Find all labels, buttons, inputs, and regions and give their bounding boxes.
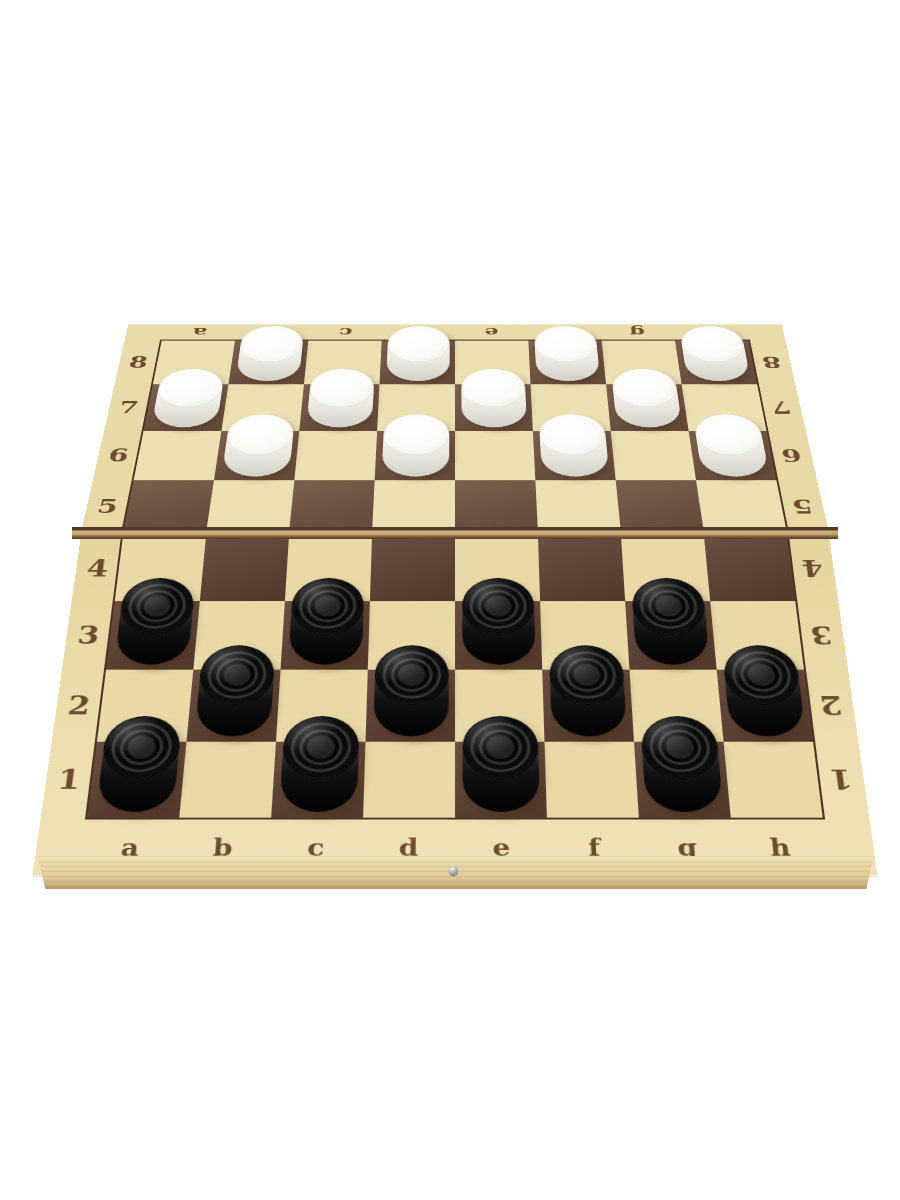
- white-draughts-man-glyph: ⛀: [154, 368, 225, 406]
- board-bottom-half: 44332211abcdefgh⛂⛂⛂⛂⛂⛂⛂⛂⛂⛂⛂⛂: [32, 536, 877, 877]
- square-f5: [535, 480, 621, 533]
- checker-white-b6: ⛀: [221, 414, 295, 476]
- checker-black-e3: ⛂: [462, 578, 536, 665]
- white-draughts-man-glyph: ⛀: [224, 414, 295, 455]
- board-photo: 88776655abcdefgh⛀⛀⛀⛀⛀⛀⛀⛀⛀⛀⛀⛀ 44332211abc…: [0, 0, 900, 1200]
- rank-label-left-1: 1: [41, 742, 97, 818]
- checker-black-e1: ⛂: [462, 716, 540, 812]
- black-draughts-man-glyph: ⛂: [290, 578, 365, 635]
- white-draughts-man-glyph: ⛀: [678, 326, 746, 362]
- square-a6: [134, 431, 222, 480]
- checker-black-c1: ⛂: [279, 716, 360, 812]
- rank-label-left-4: 4: [72, 536, 123, 601]
- black-draughts-man-glyph: ⛂: [197, 645, 275, 704]
- black-draughts-man-glyph: ⛂: [639, 716, 720, 779]
- square-h4: [704, 536, 795, 601]
- square-c5: [289, 480, 375, 533]
- hinge-seam: [72, 527, 838, 539]
- rank-label-right-4: 4: [787, 536, 838, 601]
- checker-black-a1: ⛂: [95, 716, 182, 812]
- rank-label-right-6: 6: [766, 431, 817, 480]
- white-draughts-man-glyph: ⛀: [461, 368, 526, 406]
- checker-black-a3: ⛂: [114, 578, 196, 665]
- square-c6: [294, 431, 377, 480]
- checker-black-c3: ⛂: [288, 578, 364, 665]
- checker-white-d6: ⛀: [381, 414, 449, 476]
- checker-white-c7: ⛀: [306, 368, 375, 427]
- square-h1: [724, 742, 823, 818]
- square-a5: [123, 480, 214, 533]
- square-f1: [545, 742, 639, 818]
- rank-label-right-2: 2: [804, 670, 858, 742]
- square-e5: [455, 480, 538, 533]
- checker-white-e7: ⛀: [461, 368, 527, 427]
- black-draughts-man-glyph: ⛂: [721, 645, 801, 704]
- checker-white-f8: ⛀: [533, 326, 600, 381]
- black-draughts-man-glyph: ⛂: [374, 645, 449, 704]
- rank-label-right-7: 7: [757, 384, 806, 430]
- checker-white-d8: ⛀: [386, 326, 450, 381]
- file-label-top-a: a: [162, 324, 238, 340]
- checker-white-g7: ⛀: [610, 368, 682, 427]
- black-draughts-man-glyph: ⛂: [462, 578, 535, 635]
- file-label-top-c: c: [308, 324, 382, 340]
- rank-label-right-1: 1: [813, 742, 869, 818]
- black-draughts-man-glyph: ⛂: [462, 716, 539, 779]
- black-draughts-man-glyph: ⛂: [630, 578, 706, 635]
- square-f4: [538, 536, 625, 601]
- checker-black-g3: ⛂: [630, 578, 709, 665]
- square-d4: [370, 536, 455, 601]
- white-draughts-man-glyph: ⛀: [538, 414, 607, 455]
- square-d5: [372, 480, 455, 533]
- square-h5: [696, 480, 787, 533]
- white-draughts-man-glyph: ⛀: [238, 326, 304, 362]
- file-label-top-g: g: [600, 324, 675, 340]
- black-draughts-man-glyph: ⛂: [117, 578, 195, 635]
- checker-black-f2: ⛂: [548, 645, 626, 736]
- rank-label-left-3: 3: [62, 601, 115, 669]
- checker-white-a7: ⛀: [150, 368, 225, 427]
- square-d1: [363, 742, 455, 818]
- rank-label-right-3: 3: [795, 601, 848, 669]
- white-draughts-man-glyph: ⛀: [692, 414, 765, 455]
- white-draughts-man-glyph: ⛀: [382, 414, 449, 455]
- black-draughts-man-glyph: ⛂: [281, 716, 360, 779]
- rank-label-right-8: 8: [748, 341, 795, 385]
- rank-label-left-2: 2: [52, 670, 106, 742]
- square-b1: [179, 742, 276, 818]
- square-b5: [206, 480, 294, 533]
- checker-black-d2: ⛂: [373, 645, 449, 736]
- checker-black-g1: ⛂: [639, 716, 723, 812]
- square-g5: [616, 480, 704, 533]
- checker-white-h8: ⛀: [678, 326, 750, 381]
- square-e6: [455, 431, 535, 480]
- black-draughts-man-glyph: ⛂: [548, 645, 625, 704]
- hinge-screw-icon: [449, 866, 458, 875]
- white-draughts-man-glyph: ⛀: [610, 368, 679, 406]
- checker-white-f6: ⛀: [538, 414, 609, 476]
- board-top-half: 88776655abcdefgh⛀⛀⛀⛀⛀⛀⛀⛀⛀⛀⛀⛀: [81, 324, 829, 533]
- white-draughts-man-glyph: ⛀: [386, 326, 449, 362]
- checker-white-b8: ⛀: [235, 326, 304, 381]
- white-draughts-man-glyph: ⛀: [533, 326, 598, 362]
- white-draughts-man-glyph: ⛀: [308, 368, 375, 406]
- checker-black-b2: ⛂: [194, 645, 275, 736]
- checker-white-h6: ⛀: [692, 414, 769, 476]
- file-label-top-e: e: [455, 324, 528, 340]
- square-b4: [200, 536, 289, 601]
- checker-black-h2: ⛂: [721, 645, 805, 736]
- square-g6: [611, 431, 696, 480]
- black-draughts-man-glyph: ⛂: [99, 716, 182, 779]
